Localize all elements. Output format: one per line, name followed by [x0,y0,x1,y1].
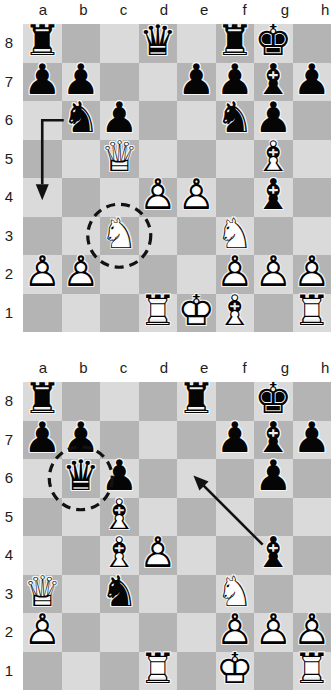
file-label-c: c [114,358,134,378]
black-piece-glyph: ♛ [62,456,100,498]
black-piece-glyph: ♟ [177,59,215,101]
rank-label-8: 8 [0,382,18,421]
white-rook[interactable]: ♜♖ [139,294,178,333]
rank-label-4: 4 [0,178,18,217]
white-piece-outline: ♕ [100,136,138,178]
square-h4[interactable] [293,536,332,575]
black-piece-glyph: ♜ [177,379,215,421]
square-b6[interactable]: ♛ [62,459,101,498]
black-queen[interactable]: ♛ [62,459,101,498]
white-piece-outline: ♙ [139,533,177,575]
black-piece-glyph: ♞ [100,571,138,613]
black-bishop[interactable]: ♝ [254,178,293,217]
rank-label-3: 3 [0,575,18,614]
file-label-f: f [235,358,255,378]
black-pawn[interactable]: ♟ [293,421,332,460]
white-piece-outline: ♖ [293,648,331,690]
white-pawn[interactable]: ♟♙ [23,613,62,652]
square-c1[interactable] [100,652,139,690]
square-c3[interactable]: ♞ [100,575,139,614]
black-piece-glyph: ♟ [216,417,254,459]
square-f6[interactable]: ♞ [216,101,255,140]
white-piece-outline: ♙ [139,175,177,217]
square-d7[interactable] [139,63,178,102]
white-knight[interactable]: ♞♘ [100,217,139,256]
square-e3[interactable] [177,217,216,256]
square-h1[interactable]: ♜♖ [293,652,332,690]
white-piece-outline: ♔ [177,290,215,332]
file-label-d: d [154,358,174,378]
square-d3[interactable] [139,217,178,256]
white-queen[interactable]: ♛♕ [100,140,139,179]
square-f1[interactable]: ♝♗ [216,294,255,333]
square-b1[interactable] [62,294,101,333]
square-d7[interactable] [139,421,178,460]
square-g1[interactable] [254,294,293,333]
square-g6[interactable]: ♟ [254,459,293,498]
square-a5[interactable] [23,498,62,537]
square-d8[interactable] [139,382,178,421]
square-h4[interactable] [293,178,332,217]
square-b4[interactable] [62,536,101,575]
square-f1[interactable]: ♚♔ [216,652,255,690]
black-pawn[interactable]: ♟ [23,63,62,102]
square-d1[interactable]: ♜♖ [139,652,178,690]
black-piece-glyph: ♟ [23,417,61,459]
file-label-h: h [315,358,332,378]
square-h1[interactable]: ♜♖ [293,294,332,333]
square-e8[interactable]: ♜ [177,382,216,421]
black-piece-glyph: ♟ [293,417,331,459]
square-d8[interactable]: ♛ [139,24,178,63]
square-b1[interactable] [62,652,101,690]
square-a2[interactable]: ♟♙ [23,255,62,294]
white-king[interactable]: ♚♔ [216,652,255,690]
square-h7[interactable]: ♟ [293,421,332,460]
rank-label-8: 8 [0,24,18,63]
white-pawn[interactable]: ♟♙ [139,536,178,575]
square-b3[interactable] [62,575,101,614]
file-label-c: c [114,0,134,20]
square-e6[interactable] [177,101,216,140]
rank-label-5: 5 [0,140,18,179]
square-a2[interactable]: ♟♙ [23,613,62,652]
rank-label-7: 7 [0,421,18,460]
square-a4[interactable] [23,178,62,217]
rank-label-6: 6 [0,101,18,140]
square-e3[interactable] [177,575,216,614]
square-e1[interactable] [177,652,216,690]
square-c8[interactable] [100,382,139,421]
white-pawn[interactable]: ♟♙ [139,178,178,217]
file-label-h: h [315,0,332,20]
square-b2[interactable] [62,613,101,652]
white-rook[interactable]: ♜♖ [293,294,332,333]
square-c2[interactable] [100,255,139,294]
rank-label-4: 4 [0,536,18,575]
square-c2[interactable] [100,613,139,652]
black-knight[interactable]: ♞ [216,101,255,140]
black-piece-glyph: ♟ [254,456,292,498]
black-pawn[interactable]: ♟ [177,63,216,102]
black-knight[interactable]: ♞ [100,575,139,614]
square-a7[interactable]: ♟ [23,63,62,102]
black-piece-glyph: ♝ [254,175,292,217]
black-piece-glyph: ♞ [62,98,100,140]
square-a6[interactable] [23,459,62,498]
square-f5[interactable] [216,498,255,537]
black-pawn[interactable]: ♟ [293,63,332,102]
square-f7[interactable]: ♟ [216,421,255,460]
white-piece-outline: ♖ [139,290,177,332]
white-piece-outline: ♙ [62,252,100,294]
rank-label-7: 7 [0,63,18,102]
white-rook[interactable]: ♜♖ [293,652,332,690]
square-b6[interactable]: ♞ [62,101,101,140]
black-piece-glyph: ♟ [23,59,61,101]
square-d6[interactable] [139,459,178,498]
black-rook[interactable]: ♜ [177,382,216,421]
rank-labels-column: 87654321 [0,382,20,690]
white-pawn[interactable]: ♟♙ [254,613,293,652]
black-pawn[interactable]: ♟ [254,459,293,498]
white-pawn[interactable]: ♟♙ [23,255,62,294]
white-piece-outline: ♗ [216,290,254,332]
white-piece-outline: ♙ [254,610,292,652]
square-c5[interactable]: ♛♕ [100,140,139,179]
file-label-b: b [73,0,93,20]
square-d1[interactable]: ♜♖ [139,294,178,333]
square-b5[interactable] [62,498,101,537]
square-c1[interactable] [100,294,139,333]
square-b4[interactable] [62,178,101,217]
square-e2[interactable] [177,613,216,652]
chess-diagram-top: abcdefgh 87654321 ♜♛♜♚♟♟♟♟♝♟♞♟♞♟♛♕♝♗♟♙♟♙… [0,0,332,332]
white-rook[interactable]: ♜♖ [139,652,178,690]
black-piece-glyph: ♟ [293,59,331,101]
square-c3[interactable]: ♞♘ [100,217,139,256]
black-pawn[interactable]: ♟ [23,421,62,460]
square-g2[interactable]: ♟♙ [254,613,293,652]
rank-label-1: 1 [0,294,18,333]
square-e7[interactable] [177,421,216,460]
white-piece-outline: ♖ [139,648,177,690]
file-label-e: e [194,0,214,20]
black-piece-glyph: ♞ [216,98,254,140]
rank-label-2: 2 [0,255,18,294]
square-e6[interactable] [177,459,216,498]
white-piece-outline: ♖ [293,290,331,332]
black-bishop[interactable]: ♝ [254,536,293,575]
white-pawn[interactable]: ♟♙ [62,255,101,294]
white-piece-outline: ♘ [100,213,138,255]
square-e4[interactable]: ♟♙ [177,178,216,217]
square-f6[interactable] [216,459,255,498]
square-b2[interactable]: ♟♙ [62,255,101,294]
rank-labels-column: 87654321 [0,24,20,332]
square-h6[interactable] [293,459,332,498]
square-d4[interactable]: ♟♙ [139,178,178,217]
square-a1[interactable] [23,294,62,333]
rank-label-3: 3 [0,217,18,256]
square-c8[interactable] [100,24,139,63]
white-piece-outline: ♙ [177,175,215,217]
white-piece-outline: ♙ [254,252,292,294]
square-a1[interactable] [23,652,62,690]
square-h5[interactable] [293,140,332,179]
chess-board-top: ♜♛♜♚♟♟♟♟♝♟♞♟♞♟♛♕♝♗♟♙♟♙♝♞♘♞♘♟♙♟♙♟♙♟♙♟♙♜♖♚… [23,24,331,332]
white-pawn[interactable]: ♟♙ [177,178,216,217]
square-a7[interactable]: ♟ [23,421,62,460]
square-g4[interactable]: ♝ [254,536,293,575]
black-queen[interactable]: ♛ [139,24,178,63]
white-piece-outline: ♙ [23,252,61,294]
square-a6[interactable] [23,101,62,140]
square-d3[interactable] [139,575,178,614]
square-h6[interactable] [293,101,332,140]
square-h5[interactable] [293,498,332,537]
square-g4[interactable]: ♝ [254,178,293,217]
white-bishop[interactable]: ♝♗ [216,294,255,333]
white-pawn[interactable]: ♟♙ [254,255,293,294]
square-e5[interactable] [177,498,216,537]
rank-label-6: 6 [0,459,18,498]
rank-label-1: 1 [0,652,18,690]
rank-label-2: 2 [0,613,18,652]
square-f5[interactable] [216,140,255,179]
chess-diagram-bottom: abcdefgh 87654321 ♜♜♚♟♟♟♝♟♛♟♟♝♗♝♗♟♙♝♛♕♞♞… [0,358,332,690]
white-king[interactable]: ♚♔ [177,294,216,333]
white-piece-outline: ♙ [23,610,61,652]
rank-label-5: 5 [0,498,18,537]
black-piece-glyph: ♛ [139,21,177,63]
square-e7[interactable]: ♟ [177,63,216,102]
black-pawn[interactable]: ♟ [216,421,255,460]
square-e1[interactable]: ♚♔ [177,294,216,333]
square-h7[interactable]: ♟ [293,63,332,102]
chess-board-bottom: ♜♜♚♟♟♟♝♟♛♟♟♝♗♝♗♟♙♝♛♕♞♞♘♟♙♟♙♟♙♟♙♜♖♚♔♜♖ [23,382,331,690]
square-d4[interactable]: ♟♙ [139,536,178,575]
square-b5[interactable] [62,140,101,179]
square-g2[interactable]: ♟♙ [254,255,293,294]
square-a5[interactable] [23,140,62,179]
black-knight[interactable]: ♞ [62,101,101,140]
square-d6[interactable] [139,101,178,140]
white-piece-outline: ♔ [216,648,254,690]
file-label-b: b [73,358,93,378]
square-g1[interactable] [254,652,293,690]
square-e4[interactable] [177,536,216,575]
black-piece-glyph: ♝ [254,533,292,575]
